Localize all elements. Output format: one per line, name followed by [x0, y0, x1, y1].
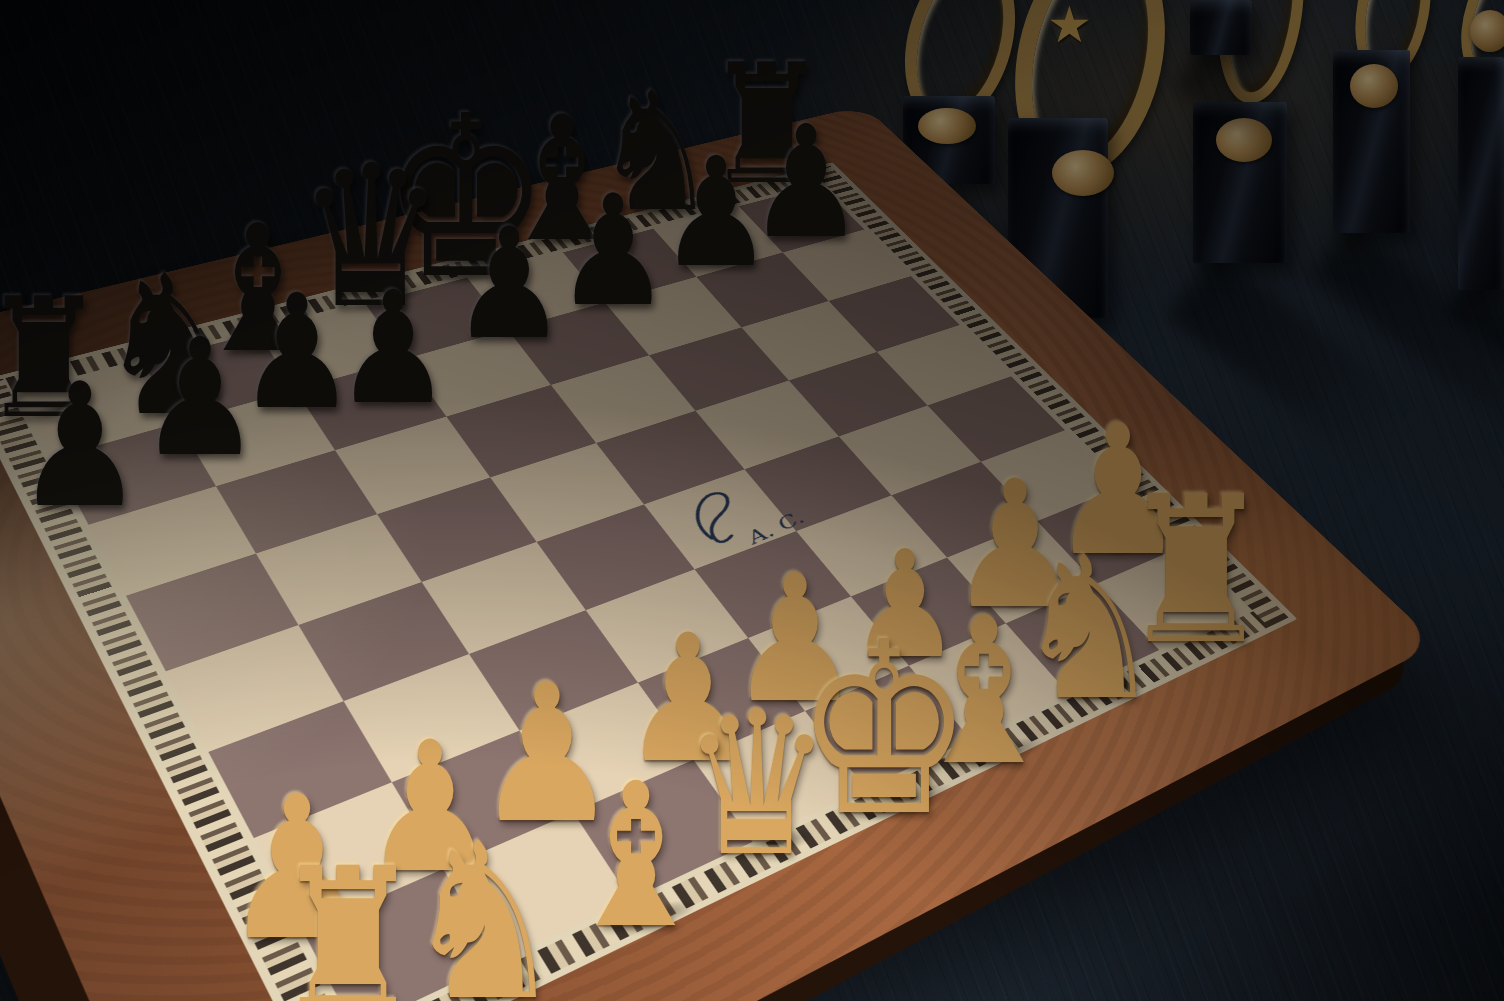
- photo-scene: ★ А. С. ♜♞♟♝♟♚♛♟♟♝♟♟♞♜♟♟♟♟♜♟♞♟♟♝♚♟♛♟♝♟♞♜: [0, 0, 1504, 1001]
- table-vignette: [0, 0, 1504, 1001]
